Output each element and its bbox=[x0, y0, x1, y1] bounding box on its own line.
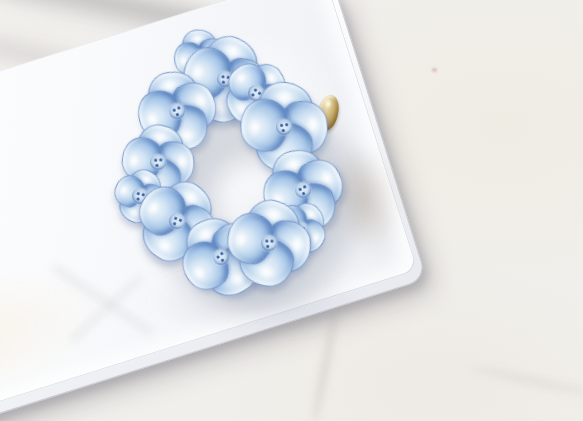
stamen-dot bbox=[174, 216, 178, 220]
stamen-dot bbox=[177, 106, 181, 110]
stamen-dot bbox=[270, 239, 274, 243]
stamen-dot bbox=[178, 218, 182, 222]
hydrangea-floret bbox=[217, 191, 321, 295]
stamen-dot bbox=[303, 185, 307, 189]
stamen-dot bbox=[155, 164, 158, 167]
hydrangea-wreath bbox=[118, 34, 368, 304]
stamen-dot bbox=[176, 113, 180, 117]
photo-stage bbox=[0, 0, 583, 421]
stamen-dot bbox=[154, 158, 157, 161]
stamen-dot bbox=[266, 245, 270, 249]
stamen-dot bbox=[136, 192, 140, 196]
stamen-dot bbox=[280, 124, 283, 127]
marble-speck bbox=[432, 68, 437, 72]
stamen-dot bbox=[159, 158, 162, 161]
stamen-dot bbox=[265, 239, 269, 243]
stamen-dot bbox=[172, 108, 176, 112]
stamen-dot bbox=[285, 123, 288, 126]
stamen-dot bbox=[282, 129, 285, 132]
stamen-dot bbox=[173, 222, 177, 226]
